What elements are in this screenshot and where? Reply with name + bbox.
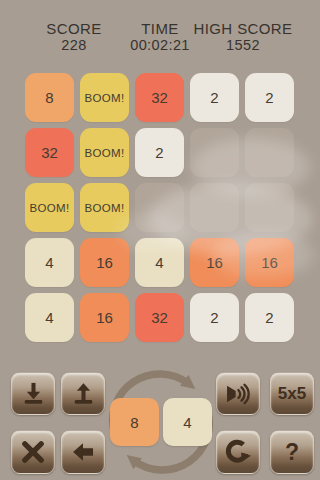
speaker-icon bbox=[224, 380, 252, 408]
tile-2: 2 bbox=[245, 293, 294, 342]
tile-32: 32 bbox=[25, 128, 74, 177]
tile-16: 16 bbox=[80, 238, 129, 287]
restart-button[interactable] bbox=[216, 430, 260, 474]
sound-button[interactable] bbox=[216, 372, 260, 415]
empty-cell bbox=[245, 183, 294, 232]
tile-2: 2 bbox=[135, 128, 184, 177]
tile-2: 2 bbox=[190, 293, 239, 342]
preview-tile: 4 bbox=[163, 398, 212, 446]
high-score-value: 1552 bbox=[193, 38, 292, 53]
tile-4: 4 bbox=[25, 293, 74, 342]
load-game-button[interactable] bbox=[61, 372, 105, 415]
back-arrow-icon bbox=[69, 438, 97, 466]
tile-4: 4 bbox=[135, 238, 184, 287]
score-value: 228 bbox=[46, 38, 101, 53]
close-icon bbox=[19, 438, 47, 466]
download-icon bbox=[20, 380, 47, 407]
tile-boom: BOOM! bbox=[80, 73, 129, 122]
tile-8: 8 bbox=[25, 73, 74, 122]
empty-cell bbox=[135, 183, 184, 232]
tile-boom: BOOM! bbox=[25, 183, 74, 232]
preview-tile: 8 bbox=[110, 398, 159, 446]
score-panel: SCORE 228 bbox=[46, 21, 101, 53]
tile-32: 32 bbox=[135, 73, 184, 122]
tile-4: 4 bbox=[25, 238, 74, 287]
time-value: 00:02:21 bbox=[130, 38, 190, 53]
game-screen: SCORE 228 TIME 00:02:21 HIGH SCORE 1552 … bbox=[0, 0, 320, 480]
high-score-label: HIGH SCORE bbox=[193, 21, 292, 37]
tile-16: 16 bbox=[80, 293, 129, 342]
save-game-button[interactable] bbox=[11, 372, 55, 415]
upload-icon bbox=[70, 380, 97, 407]
time-panel: TIME 00:02:21 bbox=[130, 21, 190, 53]
tile-boom: BOOM! bbox=[80, 128, 129, 177]
refresh-icon bbox=[224, 438, 252, 466]
help-button[interactable]: ? bbox=[270, 430, 314, 474]
tile-boom: BOOM! bbox=[80, 183, 129, 232]
board-size-label: 5x5 bbox=[278, 384, 306, 404]
time-label: TIME bbox=[130, 21, 190, 37]
game-board[interactable]: 8BOOM!322232BOOM!2BOOM!BOOM!416416164163… bbox=[25, 73, 294, 342]
tile-16: 16 bbox=[245, 238, 294, 287]
score-label: SCORE bbox=[46, 21, 101, 37]
empty-cell bbox=[190, 128, 239, 177]
tile-16: 16 bbox=[190, 238, 239, 287]
board-size-button[interactable]: 5x5 bbox=[270, 372, 314, 415]
tile-2: 2 bbox=[190, 73, 239, 122]
close-button[interactable] bbox=[11, 430, 55, 474]
undo-back-button[interactable] bbox=[61, 430, 105, 474]
high-score-panel: HIGH SCORE 1552 bbox=[193, 21, 292, 53]
empty-cell bbox=[190, 183, 239, 232]
empty-cell bbox=[245, 128, 294, 177]
help-label: ? bbox=[285, 439, 299, 466]
tile-2: 2 bbox=[245, 73, 294, 122]
tile-32: 32 bbox=[135, 293, 184, 342]
